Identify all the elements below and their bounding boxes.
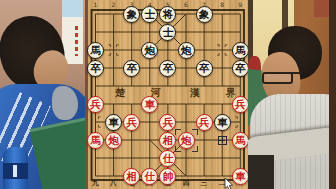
piece-red-f6r7[interactable]: 炮 (178, 132, 195, 149)
right-player-photo (248, 0, 336, 189)
piece-red-f9r7[interactable]: 馬 (232, 132, 249, 149)
piece-black-f3r0[interactable]: 象 (123, 6, 140, 23)
piece-black-f9r2[interactable]: 馬 (232, 42, 249, 59)
bottom-file-label-2: 八 (110, 180, 117, 187)
piece-black-f5r3[interactable]: 卒 (159, 60, 176, 77)
piece-black-f4r2[interactable]: 炮 (141, 42, 158, 59)
wall-decor (314, 0, 329, 17)
piece-red-f3r9[interactable]: 相 (123, 168, 140, 185)
xiangqi-board[interactable]: 123456789 九八七六五四三二一 楚 河 漢 界 象士将象士馬炮炮馬卒卒卒… (85, 0, 248, 189)
piece-red-f4r5[interactable]: 車 (141, 96, 158, 113)
piece-black-f7r3[interactable]: 卒 (196, 60, 213, 77)
piece-red-f5r6[interactable]: 兵 (159, 114, 176, 131)
screen: 123456789 九八七六五四三二一 楚 河 漢 界 象士将象士馬炮炮馬卒卒卒… (0, 0, 336, 189)
piece-black-f5r1[interactable]: 士 (159, 24, 176, 41)
piece-red-f2r7[interactable]: 炮 (105, 132, 122, 149)
bottom-file-label-1: 九 (92, 180, 99, 187)
piece-black-f7r0[interactable]: 象 (196, 6, 213, 23)
piece-red-f5r7[interactable]: 相 (159, 132, 176, 149)
piece-red-f4r9[interactable]: 仕 (141, 168, 158, 185)
piece-red-f1r5[interactable]: 兵 (87, 96, 104, 113)
photo-dark-corner (248, 155, 274, 189)
top-file-label-6: 6 (184, 2, 188, 8)
piece-black-f1r2[interactable]: 馬 (87, 42, 104, 59)
piece-black-f5r0[interactable]: 将 (159, 6, 176, 23)
move-from-marker (218, 136, 227, 145)
piece-red-f3r6[interactable]: 兵 (123, 114, 140, 131)
top-file-label-8: 8 (220, 2, 224, 8)
piece-red-f7r6[interactable]: 兵 (196, 114, 213, 131)
piece-red-f5r9[interactable]: 帥 (159, 168, 176, 185)
piece-black-f3r3[interactable]: 卒 (123, 60, 140, 77)
top-file-label-2: 2 (112, 2, 116, 8)
water-bottle (3, 147, 28, 189)
bottom-file-label-6: 四 (183, 180, 190, 187)
piece-red-f9r5[interactable]: 兵 (232, 96, 249, 113)
glasses-temple (288, 72, 302, 74)
bottom-file-label-7: 三 (201, 180, 208, 187)
photo-dark-edge (329, 0, 336, 189)
piece-black-f1r3[interactable]: 卒 (87, 60, 104, 77)
piece-black-f4r0[interactable]: 士 (141, 6, 158, 23)
top-file-label-9: 9 (238, 2, 242, 8)
jacket-hood (52, 86, 78, 120)
mouse-cursor-icon (224, 176, 234, 189)
top-file-label-1: 1 (94, 2, 98, 8)
piece-black-f8r6[interactable]: 車 (214, 114, 231, 131)
piece-black-f2r6[interactable]: 車 (105, 114, 122, 131)
piece-red-f9r9[interactable]: 車 (232, 168, 249, 185)
wall-poster (62, 0, 83, 64)
piece-red-f1r7[interactable]: 馬 (87, 132, 104, 149)
piece-red-f5r8[interactable]: 仕 (159, 150, 176, 167)
left-player-photo (0, 0, 85, 189)
piece-black-f6r2[interactable]: 炮 (178, 42, 195, 59)
piece-black-f9r3[interactable]: 卒 (232, 60, 249, 77)
